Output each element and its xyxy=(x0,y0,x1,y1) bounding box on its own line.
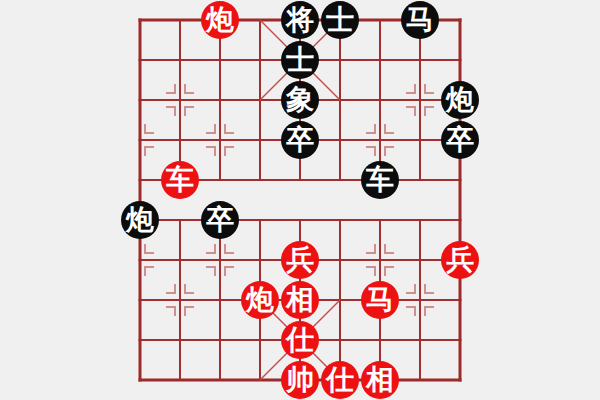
xiangqi-board: 炮将士马士象炮卒卒车车炮卒兵兵炮相马仕帅仕相 xyxy=(0,0,600,400)
piece-red-soldier[interactable]: 兵 xyxy=(441,241,479,279)
piece-black-elephant[interactable]: 象 xyxy=(281,81,319,119)
pieces-layer: 炮将士马士象炮卒卒车车炮卒兵兵炮相马仕帅仕相 xyxy=(0,0,600,400)
piece-black-advisor[interactable]: 士 xyxy=(281,41,319,79)
piece-black-chariot[interactable]: 车 xyxy=(361,161,399,199)
piece-black-advisor[interactable]: 士 xyxy=(321,1,359,39)
piece-black-soldier[interactable]: 卒 xyxy=(441,121,479,159)
piece-black-horse[interactable]: 马 xyxy=(401,1,439,39)
piece-red-elephant[interactable]: 相 xyxy=(361,361,399,399)
piece-black-cannon[interactable]: 炮 xyxy=(441,81,479,119)
piece-red-general[interactable]: 帅 xyxy=(281,361,319,399)
piece-red-advisor[interactable]: 仕 xyxy=(321,361,359,399)
piece-red-elephant[interactable]: 相 xyxy=(281,281,319,319)
piece-red-cannon[interactable]: 炮 xyxy=(201,1,239,39)
piece-black-soldier[interactable]: 卒 xyxy=(281,121,319,159)
piece-red-soldier[interactable]: 兵 xyxy=(281,241,319,279)
piece-black-general[interactable]: 将 xyxy=(281,1,319,39)
piece-red-cannon[interactable]: 炮 xyxy=(241,281,279,319)
piece-black-soldier[interactable]: 卒 xyxy=(201,201,239,239)
piece-red-horse[interactable]: 马 xyxy=(361,281,399,319)
piece-red-advisor[interactable]: 仕 xyxy=(281,321,319,359)
piece-red-chariot[interactable]: 车 xyxy=(161,161,199,199)
piece-black-cannon[interactable]: 炮 xyxy=(121,201,159,239)
